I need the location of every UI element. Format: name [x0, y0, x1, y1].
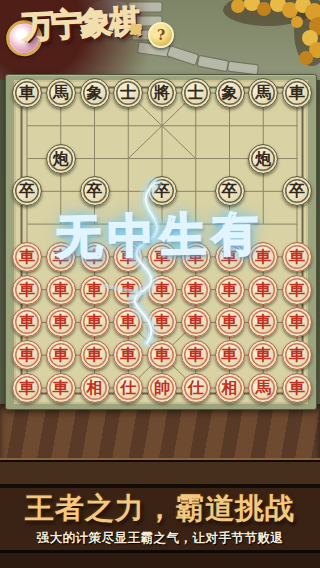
piece-車-red[interactable]: 車	[181, 307, 211, 337]
piece-glyph: 車	[53, 282, 69, 298]
piece-glyph: 炮	[53, 151, 69, 167]
piece-車-red[interactable]: 車	[80, 340, 110, 370]
piece-車-red[interactable]: 車	[147, 340, 177, 370]
piece-將-black[interactable]: 將	[147, 78, 177, 108]
piece-卒-black[interactable]: 卒	[282, 176, 312, 206]
piece-glyph: 車	[53, 380, 69, 396]
piece-glyph: 車	[87, 282, 103, 298]
piece-glyph: 車	[120, 282, 136, 298]
piece-glyph: 車	[222, 282, 238, 298]
piece-車-red[interactable]: 車	[12, 373, 42, 403]
piece-車-red[interactable]: 車	[215, 340, 245, 370]
piece-車-red[interactable]: 車	[181, 340, 211, 370]
piece-車-red[interactable]: 車	[12, 307, 42, 337]
piece-glyph: 車	[87, 314, 103, 330]
piece-車-red[interactable]: 車	[248, 275, 278, 305]
piece-車-red[interactable]: 車	[147, 307, 177, 337]
piece-炮-black[interactable]: 炮	[46, 144, 76, 174]
piece-glyph: 車	[19, 347, 35, 363]
piece-glyph: 車	[53, 314, 69, 330]
skill-effect-label: 无中生有	[0, 209, 320, 261]
piece-glyph: 馬	[255, 380, 271, 396]
promo-banner: 王者之力，霸道挑战 强大的计策尽显王霸之气，让对手节节败退	[0, 458, 320, 568]
piece-象-black[interactable]: 象	[80, 78, 110, 108]
piece-glyph: 車	[255, 314, 271, 330]
piece-車-red[interactable]: 車	[215, 307, 245, 337]
piece-車-red[interactable]: 車	[46, 275, 76, 305]
piece-glyph: 炮	[255, 151, 271, 167]
piece-glyph: 車	[120, 314, 136, 330]
piece-車-red[interactable]: 車	[46, 340, 76, 370]
piece-車-red[interactable]: 車	[282, 275, 312, 305]
piece-仕-red[interactable]: 仕	[113, 373, 143, 403]
piece-車-red[interactable]: 車	[282, 340, 312, 370]
piece-glyph: 卒	[87, 183, 103, 199]
help-button[interactable]: ?	[148, 22, 174, 48]
piece-車-red[interactable]: 車	[113, 275, 143, 305]
piece-glyph: 車	[19, 85, 35, 101]
piece-glyph: 卒	[289, 183, 305, 199]
piece-車-black[interactable]: 車	[282, 78, 312, 108]
piece-glyph: 車	[289, 85, 305, 101]
piece-車-red[interactable]: 車	[282, 373, 312, 403]
piece-glyph: 車	[19, 282, 35, 298]
piece-車-red[interactable]: 車	[248, 340, 278, 370]
app-screen: 車馬象士將士象馬車炮炮卒卒卒卒卒車車車車車車車車車車車車車車車車車車車車車車車車…	[0, 0, 320, 568]
piece-相-red[interactable]: 相	[215, 373, 245, 403]
piece-仕-red[interactable]: 仕	[181, 373, 211, 403]
piece-車-red[interactable]: 車	[46, 373, 76, 403]
piece-glyph: 車	[19, 314, 35, 330]
piece-glyph: 車	[87, 347, 103, 363]
piece-glyph: 車	[222, 347, 238, 363]
piece-馬-black[interactable]: 馬	[46, 78, 76, 108]
piece-glyph: 車	[222, 314, 238, 330]
piece-車-red[interactable]: 車	[147, 275, 177, 305]
piece-glyph: 車	[188, 282, 204, 298]
piece-馬-red[interactable]: 馬	[248, 373, 278, 403]
piece-車-red[interactable]: 車	[282, 307, 312, 337]
piece-glyph: 仕	[188, 380, 204, 396]
piece-glyph: 帥	[154, 380, 170, 396]
piece-glyph: 車	[289, 282, 305, 298]
piece-帥-red[interactable]: 帥	[147, 373, 177, 403]
piece-glyph: 將	[154, 85, 170, 101]
piece-卒-black[interactable]: 卒	[147, 176, 177, 206]
piece-glyph: 仕	[120, 380, 136, 396]
piece-車-red[interactable]: 車	[113, 307, 143, 337]
piece-glyph: 車	[289, 380, 305, 396]
piece-炮-black[interactable]: 炮	[248, 144, 278, 174]
piece-車-red[interactable]: 車	[80, 275, 110, 305]
piece-glyph: 士	[188, 85, 204, 101]
piece-glyph: 車	[154, 282, 170, 298]
game-logo: 万宁象棋 大招版	[5, 1, 168, 65]
piece-glyph: 車	[289, 314, 305, 330]
piece-車-red[interactable]: 車	[80, 307, 110, 337]
piece-車-black[interactable]: 車	[12, 78, 42, 108]
piece-車-red[interactable]: 車	[12, 340, 42, 370]
piece-glyph: 士	[120, 85, 136, 101]
piece-glyph: 車	[255, 347, 271, 363]
piece-車-red[interactable]: 車	[181, 275, 211, 305]
piece-glyph: 車	[255, 282, 271, 298]
logo-title: 万宁象棋	[22, 5, 139, 42]
piece-glyph: 車	[154, 347, 170, 363]
piece-glyph: 象	[222, 85, 238, 101]
piece-士-black[interactable]: 士	[181, 78, 211, 108]
piece-glyph: 象	[87, 85, 103, 101]
piece-glyph: 車	[19, 380, 35, 396]
piece-士-black[interactable]: 士	[113, 78, 143, 108]
piece-卒-black[interactable]: 卒	[215, 176, 245, 206]
promo-title: 王者之力，霸道挑战	[0, 494, 320, 523]
autumn-leaves-icon	[223, 0, 320, 66]
piece-glyph: 車	[188, 347, 204, 363]
piece-卒-black[interactable]: 卒	[80, 176, 110, 206]
piece-glyph: 馬	[255, 85, 271, 101]
table-wood-edge	[0, 404, 320, 460]
piece-相-red[interactable]: 相	[80, 373, 110, 403]
piece-車-red[interactable]: 車	[46, 307, 76, 337]
piece-卒-black[interactable]: 卒	[12, 176, 42, 206]
piece-glyph: 相	[87, 380, 103, 396]
piece-象-black[interactable]: 象	[215, 78, 245, 108]
piece-glyph: 卒	[222, 183, 238, 199]
piece-glyph: 相	[222, 380, 238, 396]
piece-glyph: 卒	[154, 183, 170, 199]
piece-glyph: 馬	[53, 85, 69, 101]
piece-glyph: 車	[53, 347, 69, 363]
piece-glyph: 車	[188, 314, 204, 330]
piece-車-red[interactable]: 車	[113, 340, 143, 370]
piece-車-red[interactable]: 車	[248, 307, 278, 337]
piece-車-red[interactable]: 車	[12, 275, 42, 305]
piece-glyph: 車	[289, 347, 305, 363]
piece-glyph: 卒	[19, 183, 35, 199]
piece-glyph: 車	[120, 347, 136, 363]
piece-glyph: 車	[154, 314, 170, 330]
piece-馬-black[interactable]: 馬	[248, 78, 278, 108]
promo-subtitle: 强大的计策尽显王霸之气，让对手节节败退	[0, 532, 320, 545]
piece-車-red[interactable]: 車	[215, 275, 245, 305]
